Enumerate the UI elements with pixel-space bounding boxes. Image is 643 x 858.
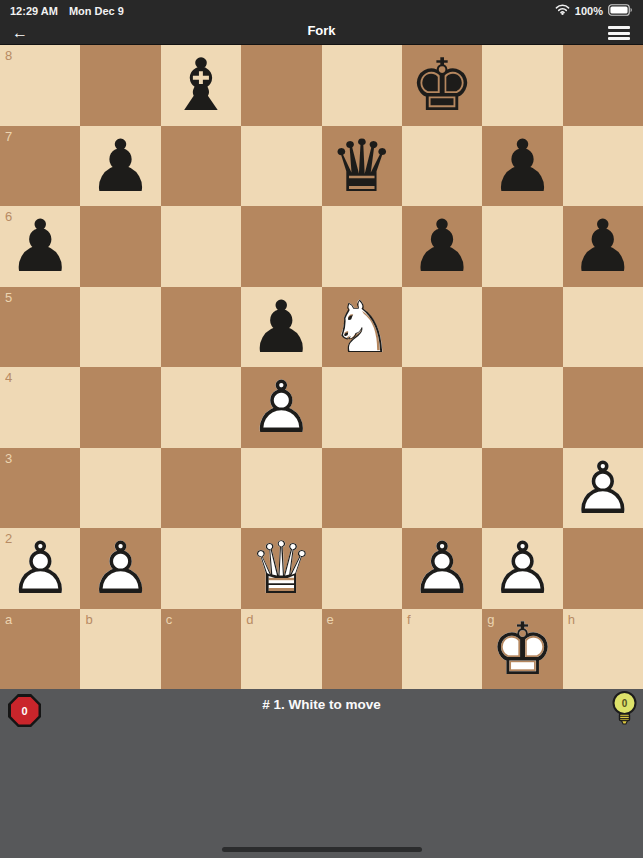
square-d8[interactable] <box>241 45 321 126</box>
square-g5[interactable] <box>482 287 562 368</box>
square-h4[interactable] <box>563 367 643 448</box>
file-label-e: e <box>327 612 334 627</box>
square-d5[interactable]: ♟ <box>241 287 321 368</box>
rank-label-2: 2 <box>5 531 12 546</box>
app-screen: 12:29 AM Mon Dec 9 100% <box>0 0 643 858</box>
square-d2[interactable]: ♛♕ <box>241 528 321 609</box>
square-a8[interactable]: 8 <box>0 45 80 126</box>
square-h8[interactable] <box>563 45 643 126</box>
square-h6[interactable]: ♟ <box>563 206 643 287</box>
rank-label-6: 6 <box>5 209 12 224</box>
white-pawn-h3: ♟♙ <box>563 448 643 529</box>
white-pawn-g2: ♟♙ <box>482 528 562 609</box>
square-h1[interactable]: h <box>563 609 643 690</box>
white-pawn-a2: ♟♙ <box>0 528 80 609</box>
square-e1[interactable]: e <box>322 609 402 690</box>
square-b3[interactable] <box>80 448 160 529</box>
nav-bar: ← Fork <box>0 21 643 45</box>
white-knight-e5: ♞♘ <box>322 287 402 368</box>
square-d1[interactable]: d <box>241 609 321 690</box>
square-e8[interactable] <box>322 45 402 126</box>
square-g8[interactable] <box>482 45 562 126</box>
square-e6[interactable] <box>322 206 402 287</box>
white-king-g1: ♚♔ <box>482 609 562 690</box>
square-b5[interactable] <box>80 287 160 368</box>
square-c8[interactable]: ♝ <box>161 45 241 126</box>
hamburger-menu-button[interactable] <box>608 24 630 42</box>
square-h2[interactable] <box>563 528 643 609</box>
square-a5[interactable]: 5 <box>0 287 80 368</box>
square-d6[interactable] <box>241 206 321 287</box>
square-b6[interactable] <box>80 206 160 287</box>
square-d7[interactable] <box>241 126 321 207</box>
square-f3[interactable] <box>402 448 482 529</box>
square-a2[interactable]: 2♟♙ <box>0 528 80 609</box>
square-f5[interactable] <box>402 287 482 368</box>
file-label-g: g <box>487 612 494 627</box>
square-g1[interactable]: g♚♔ <box>482 609 562 690</box>
square-b1[interactable]: b <box>80 609 160 690</box>
square-g7[interactable]: ♟ <box>482 126 562 207</box>
puzzle-caption: # 1. White to move <box>0 697 643 712</box>
page-title: Fork <box>0 23 643 38</box>
hamburger-bar <box>608 32 630 35</box>
rank-label-4: 4 <box>5 370 12 385</box>
status-right: 100% <box>555 4 633 18</box>
square-h5[interactable] <box>563 287 643 368</box>
square-d4[interactable]: ♟♙ <box>241 367 321 448</box>
chess-board: 8♝♚7♟♛♟6♟♟♟5♟♞♘4♟♙3♟♙2♟♙♟♙♛♕♟♙♟♙abcdefg♚… <box>0 45 643 689</box>
white-queen-d2: ♛♕ <box>241 528 321 609</box>
rank-label-5: 5 <box>5 290 12 305</box>
black-queen-e7: ♛ <box>322 126 402 207</box>
rank-label-7: 7 <box>5 129 12 144</box>
black-pawn-b7: ♟ <box>80 126 160 207</box>
square-c1[interactable]: c <box>161 609 241 690</box>
file-label-a: a <box>5 612 12 627</box>
black-pawn-a6: ♟ <box>0 206 80 287</box>
square-f2[interactable]: ♟♙ <box>402 528 482 609</box>
status-time: 12:29 AM <box>10 5 58 17</box>
black-pawn-g7: ♟ <box>482 126 562 207</box>
battery-icon <box>608 4 633 18</box>
home-indicator[interactable] <box>222 847 422 852</box>
square-a3[interactable]: 3 <box>0 448 80 529</box>
square-e2[interactable] <box>322 528 402 609</box>
hint-button[interactable]: 0 <box>611 690 638 728</box>
black-pawn-h6: ♟ <box>563 206 643 287</box>
square-e4[interactable] <box>322 367 402 448</box>
square-b4[interactable] <box>80 367 160 448</box>
rank-label-8: 8 <box>5 48 12 63</box>
square-c2[interactable] <box>161 528 241 609</box>
top-bar: 12:29 AM Mon Dec 9 100% <box>0 0 643 45</box>
square-f4[interactable] <box>402 367 482 448</box>
square-c3[interactable] <box>161 448 241 529</box>
file-label-h: h <box>568 612 575 627</box>
lightbulb-icon: 0 <box>611 690 638 728</box>
black-pawn-d5: ♟ <box>241 287 321 368</box>
status-bar: 12:29 AM Mon Dec 9 100% <box>0 0 643 21</box>
white-pawn-b2: ♟♙ <box>80 528 160 609</box>
square-a6[interactable]: 6♟ <box>0 206 80 287</box>
square-g6[interactable] <box>482 206 562 287</box>
black-king-f8: ♚ <box>402 45 482 126</box>
square-f7[interactable] <box>402 126 482 207</box>
square-a1[interactable]: a <box>0 609 80 690</box>
square-f1[interactable]: f <box>402 609 482 690</box>
file-label-c: c <box>166 612 173 627</box>
square-e5[interactable]: ♞♘ <box>322 287 402 368</box>
black-pawn-f6: ♟ <box>402 206 482 287</box>
white-pawn-d4: ♟♙ <box>241 367 321 448</box>
status-left: 12:29 AM Mon Dec 9 <box>10 5 124 17</box>
file-label-d: d <box>246 612 253 627</box>
file-label-b: b <box>85 612 92 627</box>
square-g4[interactable] <box>482 367 562 448</box>
battery-percent: 100% <box>575 5 603 17</box>
file-label-f: f <box>407 612 411 627</box>
square-g3[interactable] <box>482 448 562 529</box>
square-b8[interactable] <box>80 45 160 126</box>
square-e3[interactable] <box>322 448 402 529</box>
rank-label-3: 3 <box>5 451 12 466</box>
square-a7[interactable]: 7 <box>0 126 80 207</box>
square-c4[interactable] <box>161 367 241 448</box>
hint-count: 0 <box>622 698 628 709</box>
square-h7[interactable] <box>563 126 643 207</box>
square-f8[interactable]: ♚ <box>402 45 482 126</box>
square-g2[interactable]: ♟♙ <box>482 528 562 609</box>
square-b7[interactable]: ♟ <box>80 126 160 207</box>
square-f6[interactable]: ♟ <box>402 206 482 287</box>
square-c6[interactable] <box>161 206 241 287</box>
square-c7[interactable] <box>161 126 241 207</box>
status-date: Mon Dec 9 <box>69 5 124 17</box>
square-e7[interactable]: ♛ <box>322 126 402 207</box>
black-bishop-c8: ♝ <box>161 45 241 126</box>
wifi-icon <box>555 4 570 17</box>
stop-button[interactable]: 0 <box>8 694 41 727</box>
square-a4[interactable]: 4 <box>0 367 80 448</box>
square-c5[interactable] <box>161 287 241 368</box>
hamburger-bar <box>608 26 630 29</box>
stop-count: 0 <box>8 694 41 727</box>
square-h3[interactable]: ♟♙ <box>563 448 643 529</box>
square-b2[interactable]: ♟♙ <box>80 528 160 609</box>
white-pawn-f2: ♟♙ <box>402 528 482 609</box>
hamburger-bar <box>608 37 630 40</box>
square-d3[interactable] <box>241 448 321 529</box>
